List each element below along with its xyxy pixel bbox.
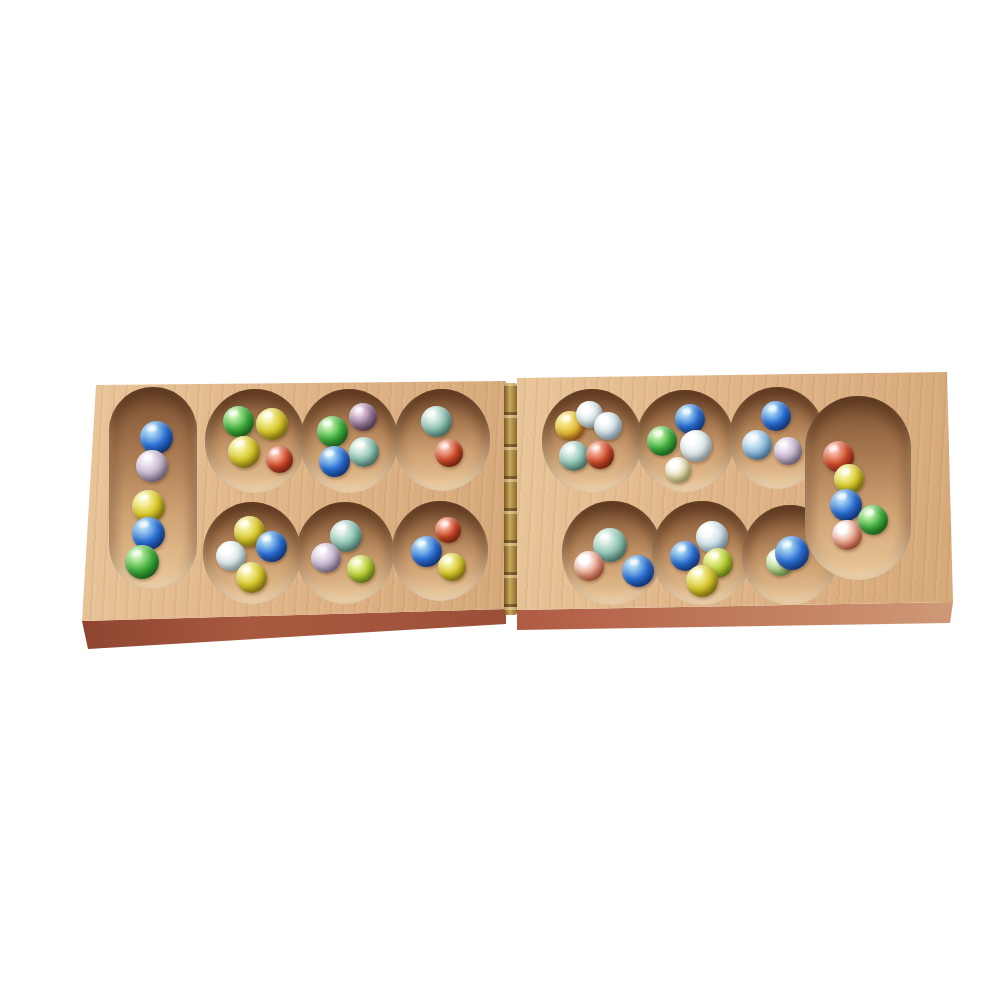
marble-blue	[411, 536, 442, 567]
marble-yellow-green	[347, 555, 375, 583]
marble-red-clear	[574, 551, 604, 581]
marble-yellow	[686, 565, 718, 597]
marble-teal	[349, 437, 379, 467]
marble-red-clear	[832, 520, 862, 550]
marble-yellow	[228, 436, 260, 468]
marble-yellow	[256, 408, 288, 440]
marble-clear	[680, 430, 712, 462]
marble-red	[266, 446, 293, 473]
marble-teal	[559, 441, 589, 471]
marble-red	[435, 517, 461, 543]
marble-blue	[132, 517, 165, 550]
marble-green	[317, 416, 348, 447]
marble-blue	[761, 401, 791, 431]
marble-lavender	[774, 437, 802, 465]
marble-blue	[775, 536, 809, 570]
marble-green	[647, 426, 677, 456]
marble-yellow	[438, 553, 466, 581]
marble-light-blue	[742, 430, 772, 460]
marble-green	[858, 505, 888, 535]
marble-teal	[421, 406, 452, 437]
marble-blue	[319, 446, 350, 477]
marble-lavender	[136, 450, 168, 482]
marble-clear-yellow	[665, 457, 691, 483]
marble-blue	[675, 404, 705, 434]
marble-lavender	[311, 543, 341, 573]
marble-purple	[349, 403, 377, 431]
marble-green	[223, 406, 254, 437]
marble-red	[435, 439, 463, 467]
mancala-board-photo	[0, 0, 1000, 1000]
marble-white-blue	[594, 412, 622, 440]
marble-blue	[830, 489, 862, 521]
marble-red	[586, 441, 614, 469]
marble-yellow	[236, 562, 267, 593]
marble-green	[125, 545, 159, 579]
marbles-layer	[0, 0, 1000, 1000]
marble-blue	[622, 555, 654, 587]
marble-blue	[140, 421, 173, 454]
marble-blue	[256, 531, 287, 562]
